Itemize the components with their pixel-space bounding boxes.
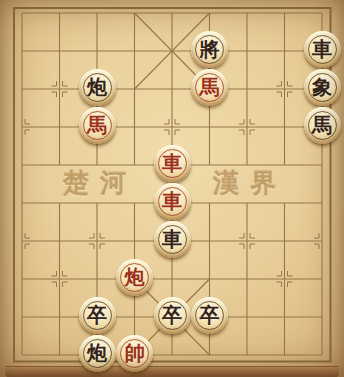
- piece-black-cannon[interactable]: 炮: [79, 69, 116, 106]
- piece-red-horse[interactable]: 馬: [191, 69, 228, 106]
- piece-glyph: 馬: [200, 77, 220, 97]
- piece-black-cannon[interactable]: 炮: [79, 335, 116, 372]
- piece-red-general[interactable]: 帥: [116, 335, 153, 372]
- piece-black-soldier[interactable]: 卒: [79, 297, 116, 334]
- river-label-han-jie: 漢界: [213, 169, 287, 199]
- piece-glyph: 車: [162, 153, 182, 173]
- piece-glyph: 馬: [87, 115, 107, 135]
- piece-glyph: 炮: [125, 267, 145, 287]
- piece-black-horse[interactable]: 馬: [304, 107, 341, 144]
- piece-glyph: 帥: [125, 343, 145, 363]
- piece-black-elephant[interactable]: 象: [304, 69, 341, 106]
- piece-glyph: 將: [200, 39, 220, 59]
- piece-red-chariot[interactable]: 車: [154, 145, 191, 182]
- piece-glyph: 卒: [200, 305, 220, 325]
- piece-black-soldier[interactable]: 卒: [191, 297, 228, 334]
- piece-glyph: 炮: [87, 77, 107, 97]
- piece-glyph: 車: [162, 229, 182, 249]
- piece-glyph: 車: [312, 39, 332, 59]
- piece-red-horse[interactable]: 馬: [79, 107, 116, 144]
- piece-black-chariot[interactable]: 車: [304, 31, 341, 68]
- piece-glyph: 炮: [87, 343, 107, 363]
- xiangqi-board: 楚河 漢界 將車炮馬象馬馬車車車炮卒卒卒炮帥: [0, 0, 344, 377]
- piece-glyph: 卒: [162, 305, 182, 325]
- piece-glyph: 卒: [87, 305, 107, 325]
- river-label-chu-he: 楚河: [63, 169, 137, 199]
- piece-glyph: 馬: [312, 115, 332, 135]
- piece-black-general[interactable]: 將: [191, 31, 228, 68]
- piece-red-cannon[interactable]: 炮: [116, 259, 153, 296]
- piece-glyph: 象: [312, 77, 332, 97]
- piece-red-chariot[interactable]: 車: [154, 183, 191, 220]
- piece-black-chariot[interactable]: 車: [154, 221, 191, 258]
- piece-glyph: 車: [162, 191, 182, 211]
- piece-black-soldier[interactable]: 卒: [154, 297, 191, 334]
- board-bottom-edge: [5, 366, 339, 377]
